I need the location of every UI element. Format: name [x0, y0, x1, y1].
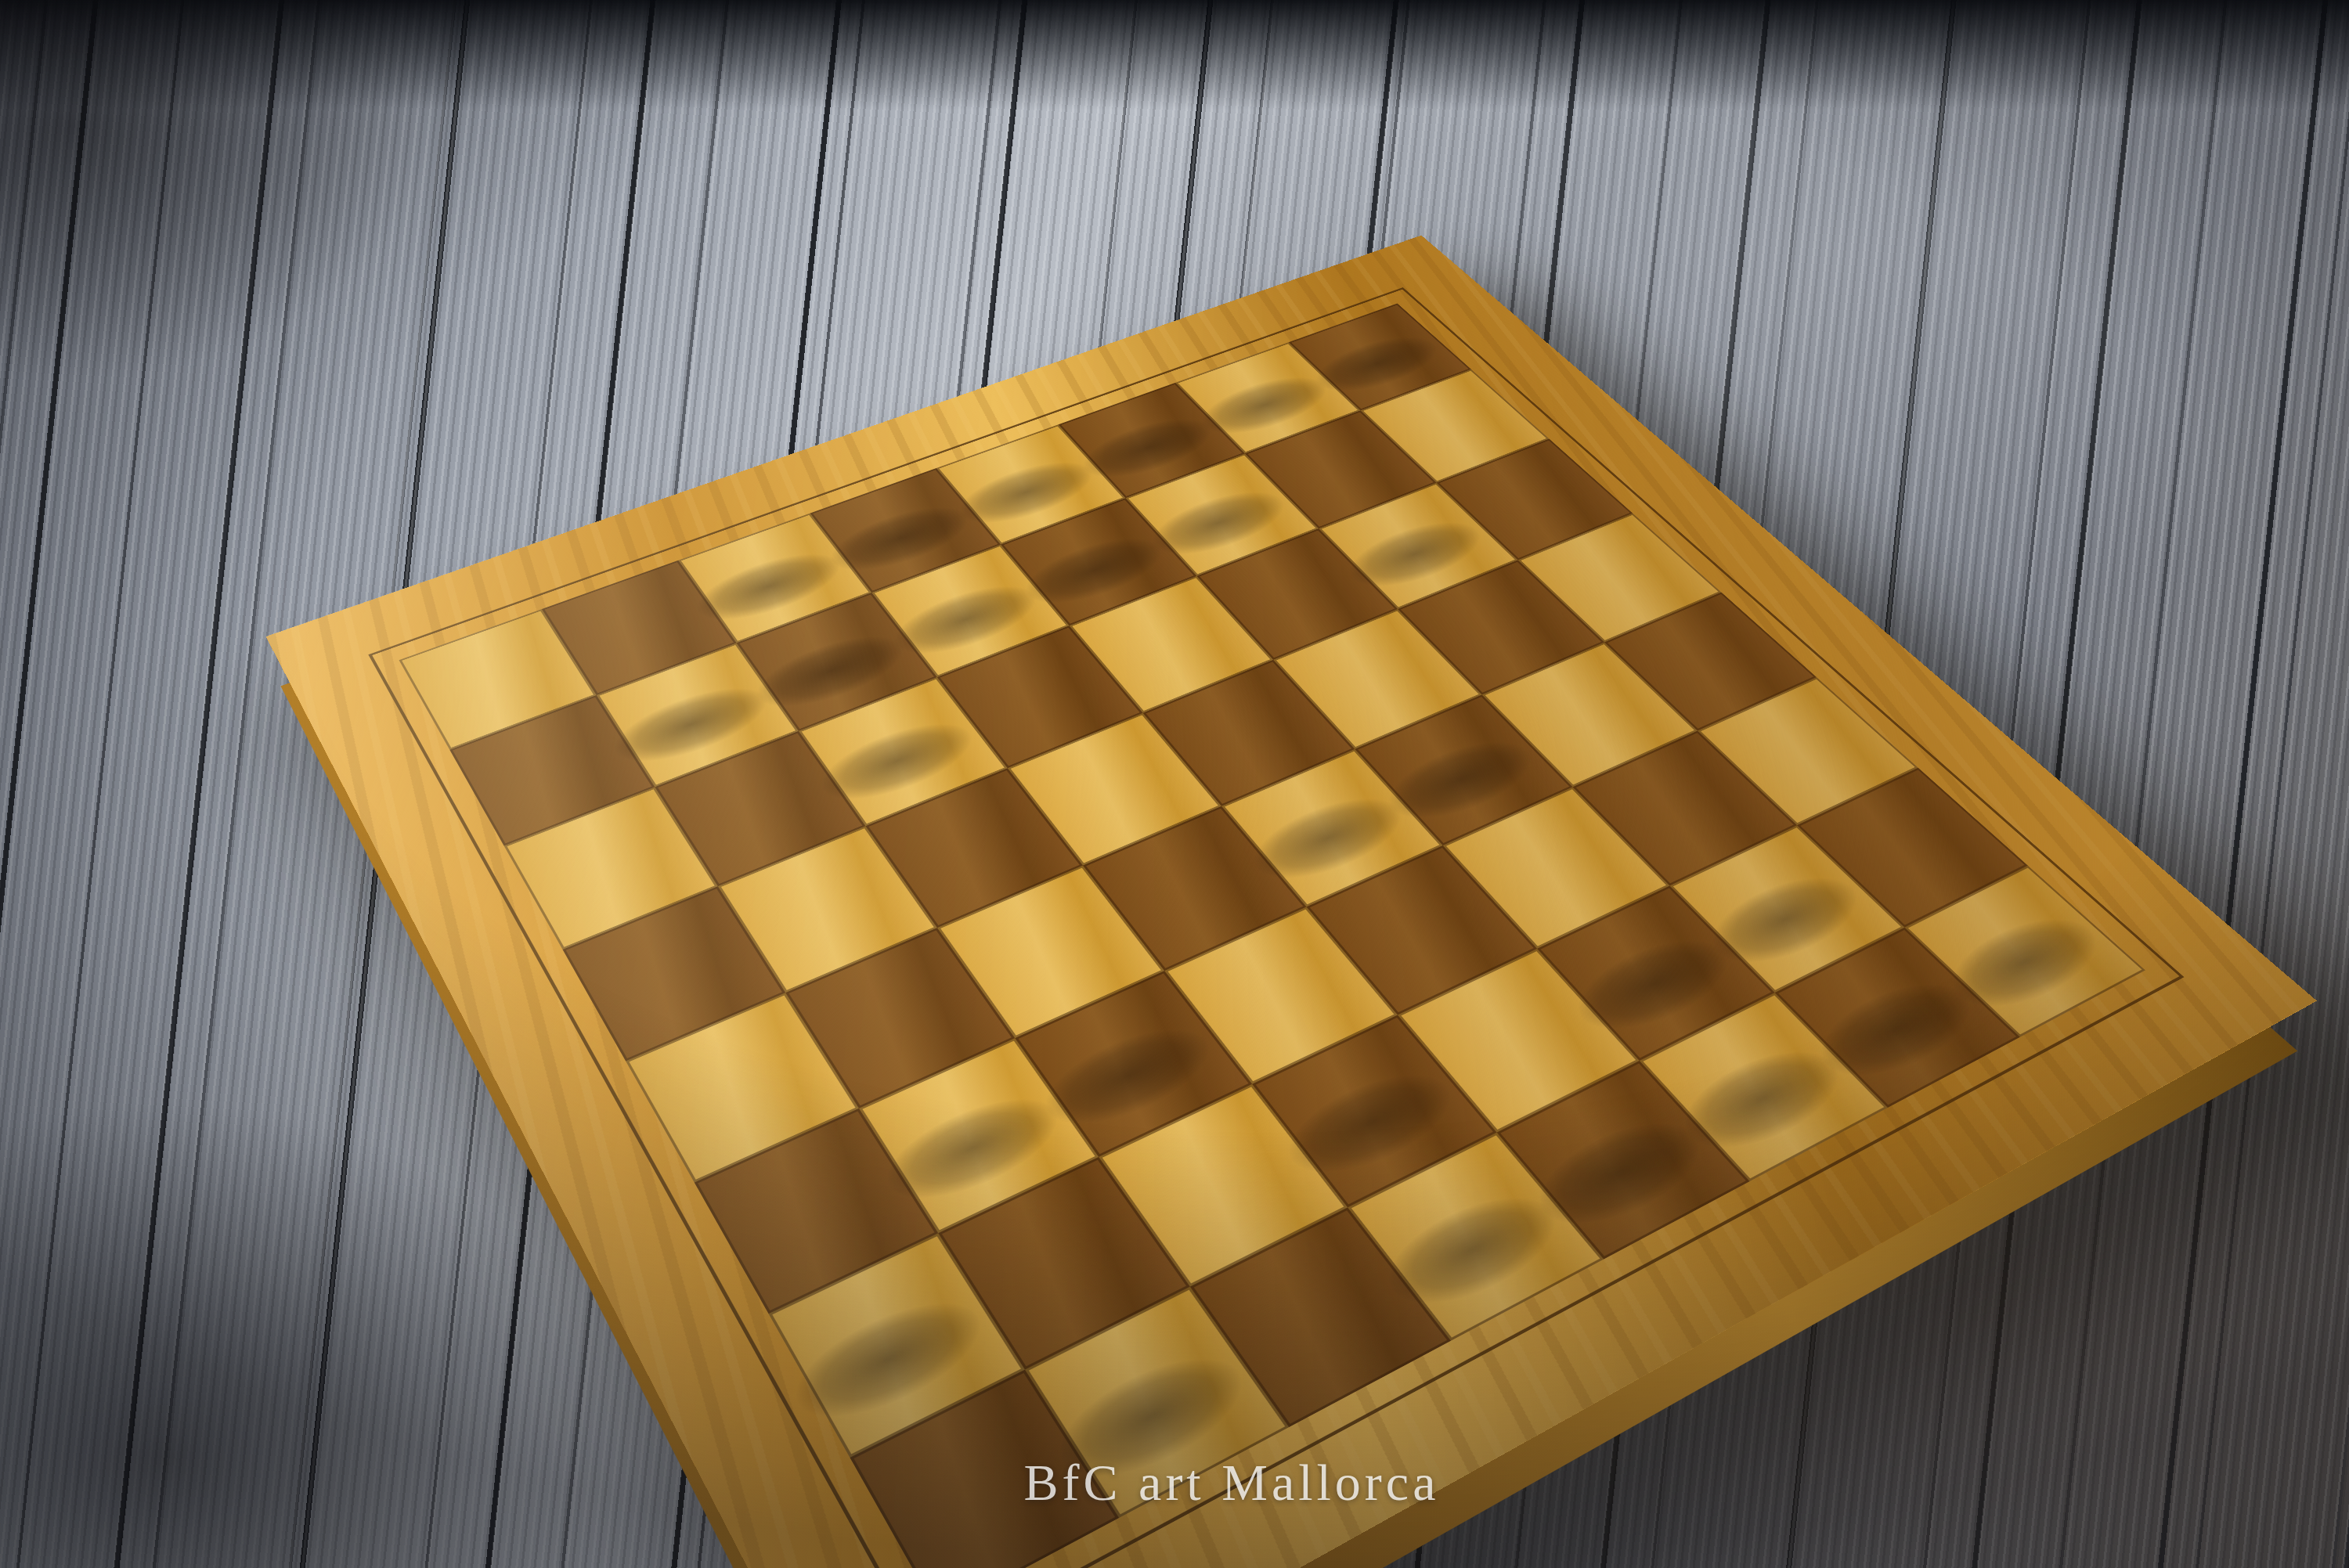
photo-scene: ♜♛♚♝♞♜♟♟♟♟♟♟♞♟♝♟♞♟♟♟♟♜♛♚♝♞♜: [0, 0, 2349, 1568]
knight-glyph: ♞: [772, 588, 1033, 756]
watermark: BfC art Mallorca: [1024, 1453, 1440, 1512]
chess-board: ♜♛♚♝♞♜♟♟♟♟♟♟♞♟♝♟♞♟♟♟♟♜♛♚♝♞♜: [266, 236, 2317, 1568]
rook-glyph: ♜: [993, 1211, 1319, 1406]
board-face: ♜♛♚♝♞♜♟♟♟♟♟♟♞♟♝♟♞♟♟♟♟♜♛♚♝♞♜: [266, 236, 2317, 1568]
pawn-glyph: ♟: [1297, 431, 1538, 550]
pawn-glyph: ♟: [828, 992, 1128, 1140]
pawn-glyph: ♟: [1197, 700, 1465, 832]
queen-glyph: ♛: [1320, 998, 1629, 1240]
